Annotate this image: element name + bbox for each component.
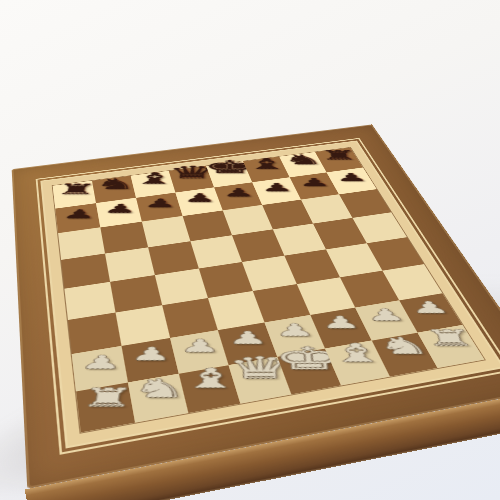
square-a1: ♜	[76, 383, 135, 433]
square-c5	[148, 241, 199, 275]
maple-border: ♜♞♝♛♚♝♞♜♟♟♟♟♟♟♟♟♟♟♟♟♟♟♟♟♜♞♝♛♚♝♞♜	[42, 142, 500, 446]
inlay-pinstripe-inner: ♜♞♝♛♚♝♞♜♟♟♟♟♟♟♟♟♟♟♟♟♟♟♟♟♜♞♝♛♚♝♞♜	[40, 141, 500, 449]
square-b4	[110, 275, 162, 312]
photo-backdrop: ♜♞♝♛♚♝♞♜♟♟♟♟♟♟♟♟♟♟♟♟♟♟♟♟♜♞♝♛♚♝♞♜	[0, 0, 500, 500]
square-b1: ♞	[128, 374, 188, 423]
chess-board: ♜♞♝♛♚♝♞♜♟♟♟♟♟♟♟♟♟♟♟♟♟♟♟♟♜♞♝♛♚♝♞♜	[12, 125, 500, 490]
square-d3	[208, 291, 265, 330]
board-squares: ♜♞♝♛♚♝♞♜♟♟♟♟♟♟♟♟♟♟♟♟♟♟♟♟♜♞♝♛♚♝♞♜	[52, 147, 486, 434]
square-c3	[162, 298, 218, 338]
square-e1: ♚	[277, 349, 341, 395]
square-b5	[105, 247, 155, 281]
square-g3	[340, 271, 399, 308]
square-a6	[58, 227, 105, 259]
inlay-pinstripe-outer: ♜♞♝♛♚♝♞♜♟♟♟♟♟♟♟♟♟♟♟♟♟♟♟♟♜♞♝♛♚♝♞♜	[36, 138, 500, 455]
square-b2: ♟	[122, 338, 179, 383]
